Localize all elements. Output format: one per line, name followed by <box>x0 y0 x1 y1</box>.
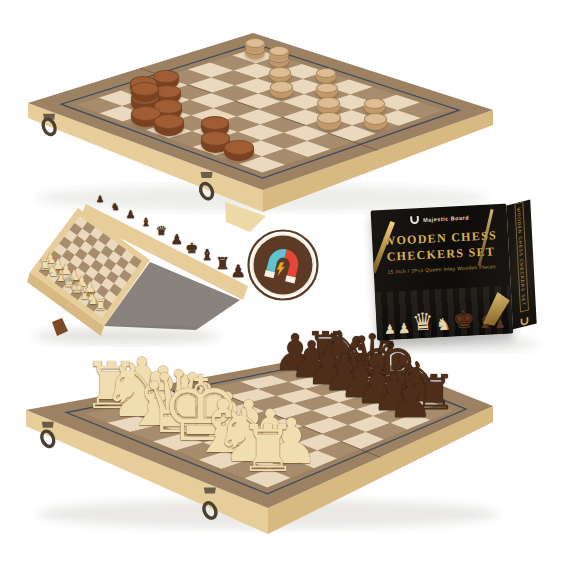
box-art-chess-piece: ♞ <box>435 316 451 334</box>
clasp-mount <box>204 488 216 494</box>
box-art-chess-piece: ♛ <box>411 310 434 335</box>
clasp-mount <box>201 172 213 178</box>
brand-magnet-icon <box>519 316 529 327</box>
product-photo-canvas: ♜♞♝♛♚♝♞♜♟♟♟♟♟♟♟♞♟♝♛♟♚♝♜♟ ♜♞♝♛♚♝♞♜♟♟♟♟♟♟♟… <box>0 0 568 568</box>
magnetic-feature-badge <box>247 229 319 301</box>
box-side-label: WOODEN CHESS CHECKERS SET <box>514 202 529 313</box>
brand-name: Majestic Board <box>423 215 469 223</box>
box-art-chess-piece: ♟ <box>397 321 410 336</box>
clasp-mount <box>42 422 54 428</box>
product-box: WOODEN CHESS CHECKERS SET Majestic Board… <box>364 193 558 355</box>
box-title: WOODEN CHESS CHECKERS SET <box>372 226 510 265</box>
magnet-icon <box>247 229 319 301</box>
box-art-chess-piece: ♟ <box>384 323 396 337</box>
box-pieces-photo-strip: ♟♟♛♞♚♝♟ <box>375 285 513 340</box>
product-box-front: Majestic Board WOODEN CHESS CHECKERS SET… <box>371 204 514 341</box>
box-art-chess-piece: ♚ <box>452 306 476 332</box>
brand-magnet-icon <box>409 215 421 226</box>
